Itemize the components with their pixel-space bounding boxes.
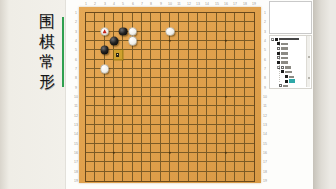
white-stone-icon [277,47,280,50]
tree-node-label [281,57,288,59]
white-stone[interactable] [100,27,109,36]
highlight-mark-icon [116,53,119,57]
tree-node-label [281,61,288,63]
black-stone-icon [277,52,280,55]
title-strip: 围棋常形 [0,0,65,189]
tree-expander-icon[interactable] [271,38,274,41]
star-point [169,96,171,98]
tree-node-label [281,43,288,45]
tree-expander-icon[interactable] [277,66,280,69]
tree-node-label [281,47,288,49]
black-stone-icon [275,38,278,41]
tree-node-label [289,76,294,78]
black-stone-icon [285,80,288,83]
go-lesson-app: 围棋常形 11112222333344445555666677778888999… [0,0,336,189]
white-stone-icon [279,84,282,87]
star-point [113,96,115,98]
black-stone-icon [277,61,280,64]
white-stone[interactable] [128,37,137,46]
tree-node-label [285,71,292,73]
black-stone-icon [285,75,288,78]
black-stone[interactable] [110,37,119,46]
star-point [225,96,227,98]
go-board[interactable]: 1111222233334444555566667777888899991010… [79,7,261,183]
star-point [169,40,171,42]
star-point [113,152,115,154]
scrollbar-arrow-icon[interactable] [308,77,310,79]
title-accent-line [62,17,64,87]
white-stone-icon [281,66,284,69]
selected-node-label [289,79,295,83]
black-stone[interactable] [119,27,128,36]
black-stone-icon [277,42,280,45]
white-stone[interactable] [100,65,109,74]
star-point [225,40,227,42]
black-stone-icon [281,70,284,73]
lesson-title: 围棋常形 [38,12,56,92]
tree-node-label [283,85,288,87]
white-stone[interactable] [166,27,175,36]
red-triangle-marker-icon [103,30,107,34]
tree-node-label [279,38,299,40]
star-point [169,152,171,154]
tree-node-label [285,66,291,68]
highlight-cell[interactable] [114,50,123,59]
comment-box[interactable] [269,1,312,34]
tree-node-row[interactable] [270,84,311,89]
page-edge-shadow [313,0,336,189]
white-stone-icon [277,56,280,59]
board-overlay [86,13,254,181]
tree-scrollbar[interactable] [306,36,310,87]
white-stone[interactable] [128,27,137,36]
scrollbar-thumb[interactable] [308,56,310,58]
black-stone[interactable] [100,46,109,55]
tree-node-label [281,52,288,54]
star-point [225,152,227,154]
